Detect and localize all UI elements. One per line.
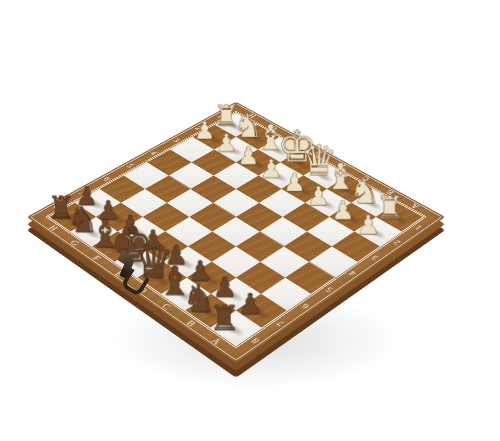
piece-shadow	[338, 211, 363, 226]
piece-shadow	[220, 320, 247, 339]
piece-shadow	[314, 197, 339, 212]
piece-shadow	[196, 271, 222, 288]
board-grid: HGFEDCBA1♜♞♝♚♛♝♞♜12♟♟♟♟♟♟♟♟2334455667♟♟♟…	[27, 102, 446, 363]
piece-shadow	[149, 240, 174, 256]
piece-shadow	[201, 132, 224, 145]
piece-shadow	[245, 303, 272, 321]
piece-shadow	[195, 303, 222, 321]
square-d3	[259, 189, 305, 217]
piece-shadow	[105, 211, 129, 226]
chess-board: HGFEDCBA1♜♞♝♚♛♝♞♜12♟♟♟♟♟♟♟♟2334455667♟♟♟…	[27, 102, 446, 363]
piece-shadow	[360, 197, 385, 212]
board-3d-stage: HGFEDCBA1♜♞♝♚♛♝♞♜12♟♟♟♟♟♟♟♟2334455667♟♟♟…	[0, 0, 500, 441]
piece-shadow	[58, 211, 82, 226]
piece-shadow	[290, 183, 314, 198]
piece-shadow	[172, 255, 198, 272]
chess-set-photo: HGFEDCBA1♜♞♝♚♛♝♞♜12♟♟♟♟♟♟♟♟2334455667♟♟♟…	[0, 0, 500, 441]
piece-shadow	[147, 271, 173, 288]
piece-shadow	[171, 287, 197, 305]
piece-shadow	[84, 197, 108, 212]
piece-shadow	[220, 287, 247, 305]
piece-shadow	[127, 225, 152, 241]
piece-shadow	[80, 225, 104, 241]
square-f5	[167, 189, 213, 217]
clasp-latch-icon	[111, 252, 147, 298]
